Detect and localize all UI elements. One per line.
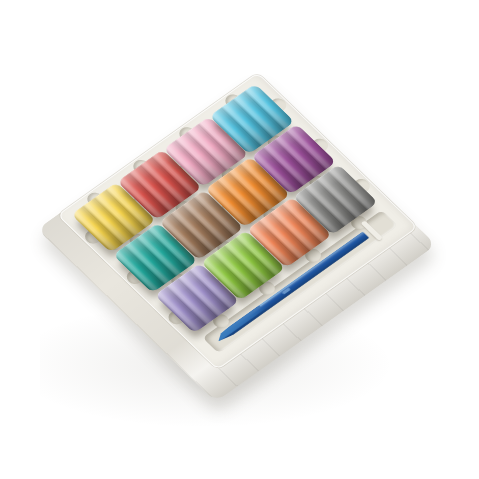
product-photo bbox=[0, 0, 479, 479]
